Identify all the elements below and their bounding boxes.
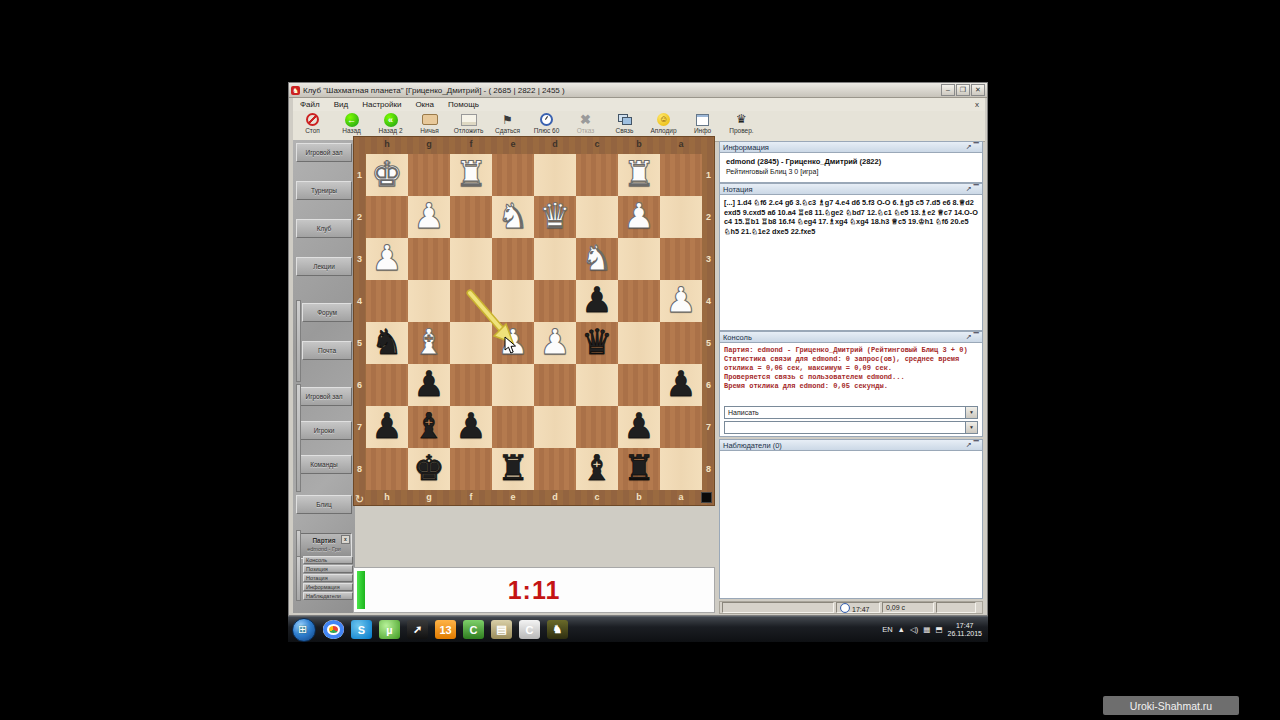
menu-вид[interactable]: Вид bbox=[327, 100, 355, 109]
decline-icon: ✖ bbox=[580, 113, 591, 126]
info-icon bbox=[696, 114, 709, 126]
square-b7[interactable]: ♟ bbox=[618, 406, 660, 448]
minimize-button[interactable]: – bbox=[941, 84, 955, 96]
square-a3[interactable] bbox=[660, 238, 702, 280]
black-clock: 1:11 bbox=[353, 567, 715, 613]
rank-labels-left: 12345678 bbox=[353, 154, 366, 490]
square-c4[interactable]: ♟ bbox=[576, 280, 618, 322]
rank-label-8: 8 bbox=[353, 448, 366, 490]
sidebar-group-strip bbox=[296, 384, 301, 492]
console-panel-header[interactable]: Консоль↗ ▔ bbox=[719, 331, 983, 343]
file-label-e: e bbox=[492, 136, 534, 154]
file-label-b: b bbox=[618, 490, 660, 506]
console-panel-title: Консоль bbox=[723, 333, 752, 342]
square-c2[interactable] bbox=[576, 196, 618, 238]
menu-помощь[interactable]: Помощь bbox=[441, 100, 486, 109]
rank-label-1: 1 bbox=[702, 154, 715, 196]
console-line-3: отклика = 0,06 сек, максимум = 0,09 сек. bbox=[724, 364, 978, 373]
side-to-move-indicator bbox=[701, 492, 712, 503]
players-line: edmond (2845) - Гриценко_Дмитрий (2822) bbox=[720, 153, 982, 167]
rank-label-6: 6 bbox=[353, 364, 366, 406]
status-ping: 0,09 с bbox=[882, 602, 934, 613]
black-rook-e8[interactable]: ♜ bbox=[492, 446, 534, 490]
square-f1[interactable]: ♜ bbox=[450, 154, 492, 196]
app-logo-icon: ♞ bbox=[291, 86, 300, 95]
panel-toggle-1[interactable]: Консоль bbox=[303, 556, 353, 564]
white-pawn-d5[interactable]: ♟ bbox=[534, 320, 576, 364]
square-d5[interactable]: ♟ bbox=[534, 322, 576, 364]
square-c1[interactable] bbox=[576, 154, 618, 196]
square-h7[interactable]: ♟ bbox=[366, 406, 408, 448]
black-pawn-f7[interactable]: ♟ bbox=[450, 404, 492, 448]
rank-label-7: 7 bbox=[702, 406, 715, 448]
square-f8[interactable] bbox=[450, 448, 492, 490]
black-pawn-g6[interactable]: ♟ bbox=[408, 362, 450, 406]
file-label-e: e bbox=[492, 490, 534, 506]
maximize-button[interactable]: ❐ bbox=[956, 84, 970, 96]
sidebar-item-турниры[interactable]: Турниры bbox=[296, 181, 352, 200]
title-bar[interactable]: ♞ Клуб "Шахматная планета" [Гриценко_Дми… bbox=[289, 83, 987, 98]
file-label-d: d bbox=[534, 490, 576, 506]
info-panel: edmond (2845) - Гриценко_Дмитрий (2822) … bbox=[719, 153, 983, 183]
square-h6[interactable] bbox=[366, 364, 408, 406]
rank-label-2: 2 bbox=[353, 196, 366, 238]
file-label-f: f bbox=[450, 490, 492, 506]
square-e3[interactable] bbox=[492, 238, 534, 280]
white-rook-f1[interactable]: ♜ bbox=[450, 152, 492, 196]
chat-target-value: Написать bbox=[728, 409, 759, 416]
square-c3[interactable]: ♞ bbox=[576, 238, 618, 280]
console-line-5: Время отклика для edmond: 0,05 секунды. bbox=[724, 382, 978, 391]
file-label-c: c bbox=[576, 136, 618, 154]
sidebar-item-почта[interactable]: Почта bbox=[302, 341, 352, 360]
file-label-g: g bbox=[408, 136, 450, 154]
square-h5[interactable]: ♞ bbox=[366, 322, 408, 364]
square-h3[interactable]: ♟ bbox=[366, 238, 408, 280]
sidebar-item-игроки-2[interactable]: Игроки bbox=[296, 421, 352, 440]
rank-label-1: 1 bbox=[353, 154, 366, 196]
square-e7[interactable] bbox=[492, 406, 534, 448]
white-pawn-e5[interactable]: ♟ bbox=[492, 320, 534, 364]
square-g4[interactable] bbox=[408, 280, 450, 322]
start-button[interactable]: ⊞ bbox=[292, 618, 316, 642]
square-d4[interactable] bbox=[534, 280, 576, 322]
rank-label-5: 5 bbox=[702, 322, 715, 364]
sidebar-item-команды-2[interactable]: Команды bbox=[296, 455, 352, 474]
tray-expand-icon[interactable]: ▲ bbox=[898, 625, 905, 634]
status-time: 17:47 bbox=[836, 602, 880, 613]
speedtest-icon[interactable]: ➚ bbox=[407, 620, 428, 639]
square-f7[interactable]: ♟ bbox=[450, 406, 492, 448]
close-button[interactable]: ✕ bbox=[971, 84, 985, 96]
white-knight-e2[interactable]: ♞ bbox=[492, 194, 534, 238]
board-grid[interactable]: ♚♜♜♟♞♛♟♟♞♟♟♞♝♟♟♛♟♟♟♝♟♟♚♜♝♜ bbox=[366, 154, 702, 490]
square-f3[interactable] bbox=[450, 238, 492, 280]
square-g8[interactable]: ♚ bbox=[408, 448, 450, 490]
toolbar-button-stop[interactable]: Стоп bbox=[293, 111, 332, 140]
menu-файл[interactable]: Файл bbox=[293, 100, 327, 109]
file-labels-bottom: hgfedcba bbox=[366, 490, 702, 506]
sidebar-group-strip bbox=[296, 300, 301, 382]
window-title: Клуб "Шахматная планета" [Гриценко_Дмитр… bbox=[303, 86, 941, 95]
square-b3[interactable] bbox=[618, 238, 660, 280]
square-d6[interactable] bbox=[534, 364, 576, 406]
square-g5[interactable]: ♝ bbox=[408, 322, 450, 364]
folder-icon[interactable]: ▤ bbox=[491, 620, 512, 639]
volume-icon[interactable]: ◁) bbox=[910, 625, 918, 634]
action-center-icon[interactable]: ⬒ bbox=[935, 625, 942, 634]
rank-label-6: 6 bbox=[702, 364, 715, 406]
panel-toggle-strip bbox=[296, 556, 301, 601]
rank-label-3: 3 bbox=[353, 238, 366, 280]
app-window: ♞ Клуб "Шахматная планета" [Гриценко_Дми… bbox=[288, 82, 988, 616]
language-indicator[interactable]: EN bbox=[882, 625, 892, 634]
square-e2[interactable]: ♞ bbox=[492, 196, 534, 238]
file-label-a: a bbox=[660, 136, 702, 154]
notation-panel[interactable]: [...] 1.d4 ♘f6 2.c4 g6 3.♘c3 ♗g7 4.e4 d6… bbox=[719, 195, 983, 331]
square-c6[interactable] bbox=[576, 364, 618, 406]
chessbase-icon[interactable]: C bbox=[463, 620, 484, 639]
notation-panel-title: Нотация bbox=[723, 185, 753, 194]
status-bar: 17:47 0,09 с bbox=[719, 601, 983, 614]
square-e4[interactable] bbox=[492, 280, 534, 322]
square-b5[interactable] bbox=[618, 322, 660, 364]
square-c7[interactable] bbox=[576, 406, 618, 448]
black-bishop-c8[interactable]: ♝ bbox=[576, 446, 618, 490]
chessplanet-icon[interactable]: ♞ bbox=[547, 620, 568, 639]
rank-labels-right: 12345678 bbox=[702, 154, 715, 490]
square-c8[interactable]: ♝ bbox=[576, 448, 618, 490]
notation-panel-header[interactable]: Нотация↗ ▔ bbox=[719, 183, 983, 195]
file-label-h: h bbox=[366, 490, 408, 506]
observers-panel bbox=[719, 451, 983, 599]
white-knight-c3[interactable]: ♞ bbox=[576, 236, 618, 280]
square-g1[interactable] bbox=[408, 154, 450, 196]
envelope-icon bbox=[461, 114, 477, 126]
file-label-c: c bbox=[576, 490, 618, 506]
info-panel-title: Информация bbox=[723, 143, 769, 152]
white-rook-b1[interactable]: ♜ bbox=[618, 152, 660, 196]
square-a5[interactable] bbox=[660, 322, 702, 364]
square-e5[interactable]: ♟ bbox=[492, 322, 534, 364]
white-pawn-a4[interactable]: ♟ bbox=[660, 278, 702, 322]
chess-board: hgfedcba 12345678 12345678 ♚♜♜♟♞♛♟♟♞♟♟♞♝… bbox=[353, 136, 715, 506]
square-g2[interactable]: ♟ bbox=[408, 196, 450, 238]
black-knight-h5[interactable]: ♞ bbox=[366, 320, 408, 364]
status-empty-cell2 bbox=[936, 602, 976, 613]
chrome-icon[interactable] bbox=[323, 620, 344, 639]
observers-panel-header[interactable]: Наблюдатели (0)↗ ▔ bbox=[719, 439, 983, 451]
square-g6[interactable]: ♟ bbox=[408, 364, 450, 406]
square-d8[interactable] bbox=[534, 448, 576, 490]
square-h4[interactable] bbox=[366, 280, 408, 322]
square-d3[interactable] bbox=[534, 238, 576, 280]
black-bishop-g7[interactable]: ♝ bbox=[408, 404, 450, 448]
video-frame: ♞ Клуб "Шахматная планета" [Гриценко_Дми… bbox=[0, 0, 1280, 720]
chat-target-select[interactable]: Написать ▼ bbox=[724, 406, 978, 419]
file-label-g: g bbox=[408, 490, 450, 506]
console-output: Партия: edmond - Гриценко_Дмитрий (Рейти… bbox=[720, 343, 982, 394]
status-empty-cell bbox=[722, 602, 834, 613]
sidebar-item-игровой-зал-2[interactable]: Игровой зал bbox=[296, 387, 352, 406]
black-king-g8[interactable]: ♚ bbox=[408, 446, 450, 490]
move-list[interactable]: [...] 1.d4 ♘f6 2.c4 g6 3.♘c3 ♗g7 4.e4 d6… bbox=[720, 195, 982, 239]
clock-icon bbox=[540, 113, 553, 126]
mdi-close-icon[interactable]: x bbox=[975, 100, 979, 109]
square-b2[interactable]: ♟ bbox=[618, 196, 660, 238]
console-line-1: Партия: edmond - Гриценко_Дмитрий (Рейти… bbox=[724, 346, 978, 355]
sidebar-item-форум[interactable]: Форум bbox=[302, 303, 352, 322]
link-icon bbox=[618, 114, 632, 125]
square-a4[interactable]: ♟ bbox=[660, 280, 702, 322]
console-line-2: Статистика связи для edmond: 0 запрос(ов… bbox=[724, 355, 978, 364]
square-d7[interactable] bbox=[534, 406, 576, 448]
square-h8[interactable] bbox=[366, 448, 408, 490]
white-pawn-g2[interactable]: ♟ bbox=[408, 194, 450, 238]
chevron-down-icon[interactable]: ▼ bbox=[965, 407, 977, 418]
watermark: Uroki-Shahmat.ru bbox=[1103, 696, 1239, 715]
square-f4[interactable] bbox=[450, 280, 492, 322]
panel-toggle-4[interactable]: Информация bbox=[303, 583, 353, 591]
black-pawn-c4[interactable]: ♟ bbox=[576, 278, 618, 322]
close-game-tab-icon[interactable]: x bbox=[341, 535, 350, 544]
square-h1[interactable]: ♚ bbox=[366, 154, 408, 196]
sidebar-item-игровой-зал[interactable]: Игровой зал bbox=[296, 143, 352, 162]
chevron-down-icon[interactable]: ▼ bbox=[965, 422, 977, 433]
tray-clock[interactable]: 17:47 26.11.2015 bbox=[947, 622, 982, 638]
menu-окна[interactable]: Окна bbox=[408, 100, 441, 109]
windows-taskbar: ⊞ Sµ➚13C▤C♞ EN ▲ ◁) ▦ ⬒ 17:47 26.11.2015 bbox=[288, 616, 988, 642]
square-a6[interactable]: ♟ bbox=[660, 364, 702, 406]
sidebar: Игровой залТурнирыКлубЛекцииФорумПочтаИг… bbox=[293, 140, 355, 613]
c-app-icon[interactable]: C bbox=[519, 620, 540, 639]
white-pawn-h3[interactable]: ♟ bbox=[366, 236, 408, 280]
crown-icon: ♛ bbox=[736, 113, 747, 126]
back2-icon: « bbox=[384, 113, 398, 127]
square-e8[interactable]: ♜ bbox=[492, 448, 534, 490]
rank-label-4: 4 bbox=[702, 280, 715, 322]
back-icon: ← bbox=[345, 113, 359, 127]
black-pawn-b7[interactable]: ♟ bbox=[618, 404, 660, 448]
sidebar-item-блиц-2[interactable]: Блиц bbox=[296, 495, 352, 514]
square-h2[interactable] bbox=[366, 196, 408, 238]
white-pawn-b2[interactable]: ♟ bbox=[618, 194, 660, 238]
file-label-d: d bbox=[534, 136, 576, 154]
network-icon[interactable]: ▦ bbox=[923, 625, 930, 634]
black-clock-time: 1:11 bbox=[508, 576, 561, 605]
square-g7[interactable]: ♝ bbox=[408, 406, 450, 448]
square-b8[interactable]: ♜ bbox=[618, 448, 660, 490]
smiley-icon: ☺ bbox=[657, 113, 670, 126]
square-d1[interactable] bbox=[534, 154, 576, 196]
square-b4[interactable] bbox=[618, 280, 660, 322]
sidebar-item-клуб[interactable]: Клуб bbox=[296, 219, 352, 238]
clock-icon bbox=[840, 603, 850, 613]
square-c5[interactable]: ♛ bbox=[576, 322, 618, 364]
rank-label-2: 2 bbox=[702, 196, 715, 238]
rank-label-3: 3 bbox=[702, 238, 715, 280]
file-label-a: a bbox=[660, 490, 702, 506]
square-e1[interactable] bbox=[492, 154, 534, 196]
handshake-icon bbox=[422, 114, 438, 125]
rank-label-5: 5 bbox=[353, 322, 366, 364]
square-b6[interactable] bbox=[618, 364, 660, 406]
flip-board-icon[interactable]: ↻ bbox=[355, 493, 364, 506]
sidebar-item-лекции[interactable]: Лекции bbox=[296, 257, 352, 276]
observers-panel-title: Наблюдатели (0) bbox=[723, 441, 782, 450]
toolbar-button-crown[interactable]: ♛Провер. bbox=[722, 111, 761, 140]
black-rook-b8[interactable]: ♜ bbox=[618, 446, 660, 490]
square-a1[interactable] bbox=[660, 154, 702, 196]
rank-label-8: 8 bbox=[702, 448, 715, 490]
square-f2[interactable] bbox=[450, 196, 492, 238]
panel-toggle-3[interactable]: Нотация bbox=[303, 574, 353, 582]
white-bishop-g5[interactable]: ♝ bbox=[408, 320, 450, 364]
black-pawn-a6[interactable]: ♟ bbox=[660, 362, 702, 406]
square-b1[interactable]: ♜ bbox=[618, 154, 660, 196]
calendar-icon[interactable]: 13 bbox=[435, 620, 456, 639]
panel-toggle-5[interactable]: Наблюдатели bbox=[303, 592, 353, 600]
info-panel-header[interactable]: Информация↗ ▔ bbox=[719, 141, 983, 153]
game-type-line: Рейтинговый Блиц 3 0 [игра] bbox=[720, 167, 982, 175]
console-panel: Партия: edmond - Гриценко_Дмитрий (Рейти… bbox=[719, 343, 983, 437]
square-a2[interactable] bbox=[660, 196, 702, 238]
panel-toggle-2[interactable]: Позиция bbox=[303, 565, 353, 573]
rank-label-4: 4 bbox=[353, 280, 366, 322]
menu-bar: ФайлВидНастройкиОкнаПомощьx bbox=[293, 98, 985, 112]
stop-icon bbox=[306, 113, 319, 126]
rank-label-7: 7 bbox=[353, 406, 366, 448]
skype-icon[interactable]: S bbox=[351, 620, 372, 639]
square-a8[interactable] bbox=[660, 448, 702, 490]
square-e6[interactable] bbox=[492, 364, 534, 406]
utorrent-icon[interactable]: µ bbox=[379, 620, 400, 639]
console-line-4: Проверяется связь с пользователем edmond… bbox=[724, 373, 978, 382]
white-king-h1[interactable]: ♚ bbox=[366, 152, 408, 196]
menu-настройки[interactable]: Настройки bbox=[355, 100, 408, 109]
white-queen-d2[interactable]: ♛ bbox=[534, 194, 576, 238]
chat-input[interactable]: ▼ bbox=[724, 421, 978, 434]
flag-icon: ⚑ bbox=[502, 114, 513, 126]
square-d2[interactable]: ♛ bbox=[534, 196, 576, 238]
black-queen-c5[interactable]: ♛ bbox=[576, 320, 618, 364]
black-pawn-h7[interactable]: ♟ bbox=[366, 404, 408, 448]
square-g3[interactable] bbox=[408, 238, 450, 280]
square-a7[interactable] bbox=[660, 406, 702, 448]
system-tray: EN ▲ ◁) ▦ ⬒ 17:47 26.11.2015 bbox=[882, 622, 988, 638]
square-f5[interactable] bbox=[450, 322, 492, 364]
square-f6[interactable] bbox=[450, 364, 492, 406]
